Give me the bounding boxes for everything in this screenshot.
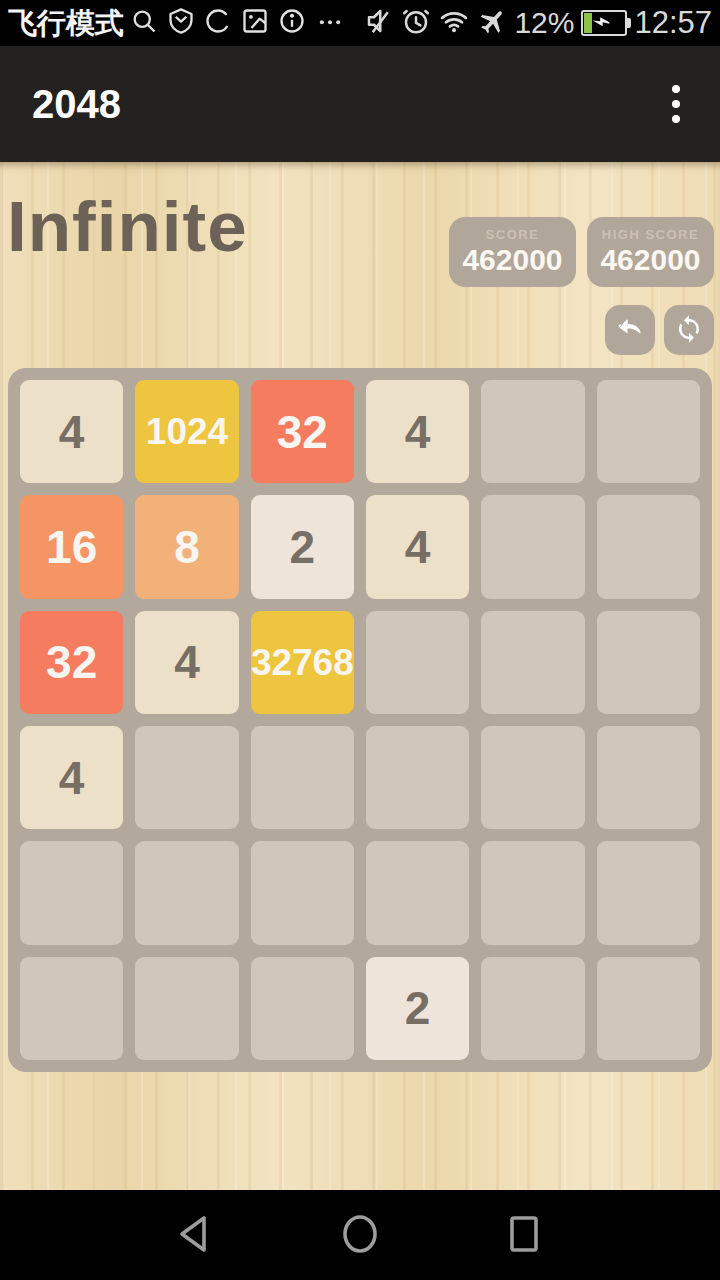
score-badge: SCORE 462000 (449, 217, 576, 287)
tile-2: 2 (366, 957, 469, 1060)
recents-button[interactable] (501, 1212, 547, 1258)
highscore-badge: HIGH SCORE 462000 (587, 217, 714, 287)
shield-icon (167, 7, 195, 39)
recents-icon (501, 1211, 547, 1260)
empty-cell (597, 380, 700, 483)
back-button[interactable] (173, 1212, 219, 1258)
empty-cell (597, 957, 700, 1060)
airplane-icon (470, 0, 515, 45)
empty-cell (366, 841, 469, 944)
undo-icon (615, 314, 645, 347)
loading-circle-icon (204, 7, 232, 39)
system-status-icons: 12% 12:57 (364, 5, 712, 41)
status-bar: 飞行模式 12% 12:57 (0, 0, 720, 46)
empty-cell (251, 957, 354, 1060)
undo-button[interactable] (605, 305, 655, 355)
home-button[interactable] (337, 1212, 383, 1258)
app-title: 2048 (32, 82, 121, 127)
mode-title: Infinite (7, 186, 248, 267)
search-icon (130, 7, 158, 39)
board[interactable]: 41024324168243243276842 (8, 368, 712, 1072)
empty-cell (597, 495, 700, 598)
empty-cell (366, 726, 469, 829)
empty-cell (135, 957, 238, 1060)
score-value: 462000 (462, 243, 562, 277)
empty-cell (481, 726, 584, 829)
restart-icon (674, 314, 704, 347)
empty-cell (20, 841, 123, 944)
empty-cell (135, 841, 238, 944)
tile-2: 2 (251, 495, 354, 598)
more-notifications-icon (315, 7, 345, 39)
empty-cell (597, 726, 700, 829)
empty-cell (597, 611, 700, 714)
empty-cell (481, 611, 584, 714)
game-background: Infinite SCORE 462000 HIGH SCORE 462000 … (0, 162, 720, 1190)
game-controls (605, 305, 714, 355)
airplane-mode-label: 飞行模式 (8, 0, 124, 46)
tile-4: 4 (366, 380, 469, 483)
empty-cell (481, 380, 584, 483)
highscore-label: HIGH SCORE (602, 227, 699, 242)
info-icon (278, 7, 306, 39)
highscore-value: 462000 (600, 243, 700, 277)
notification-icons (130, 7, 345, 39)
tile-4: 4 (135, 611, 238, 714)
tile-4: 4 (20, 726, 123, 829)
empty-cell (481, 495, 584, 598)
alarm-icon (401, 6, 431, 40)
tile-16: 16 (20, 495, 123, 598)
tile-1024: 1024 (135, 380, 238, 483)
empty-cell (20, 957, 123, 1060)
tile-32: 32 (20, 611, 123, 714)
empty-cell (597, 841, 700, 944)
tile-4: 4 (366, 495, 469, 598)
mute-icon (364, 6, 394, 40)
tile-32768: 32768 (251, 611, 354, 714)
screenshot-icon (241, 7, 269, 39)
empty-cell (251, 726, 354, 829)
battery-percent-label: 12% (514, 6, 574, 40)
tile-8: 8 (135, 495, 238, 598)
tile-4: 4 (20, 380, 123, 483)
wifi-icon (438, 6, 470, 40)
empty-cell (481, 957, 584, 1060)
empty-cell (481, 841, 584, 944)
score-label: SCORE (486, 227, 540, 242)
overflow-menu-icon[interactable] (666, 79, 686, 129)
app-bar: 2048 (0, 46, 720, 162)
tile-32: 32 (251, 380, 354, 483)
empty-cell (135, 726, 238, 829)
empty-cell (366, 611, 469, 714)
restart-button[interactable] (664, 305, 714, 355)
back-icon (173, 1211, 219, 1260)
battery-icon (581, 10, 627, 36)
score-badges: SCORE 462000 HIGH SCORE 462000 (449, 217, 714, 287)
empty-cell (251, 841, 354, 944)
navigation-bar (0, 1190, 720, 1280)
home-icon (337, 1211, 383, 1260)
clock-label: 12:57 (634, 5, 712, 41)
